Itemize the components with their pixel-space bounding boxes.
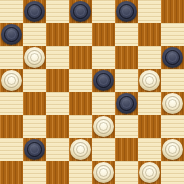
black-man-piece[interactable]: [162, 47, 183, 68]
black-man-piece[interactable]: [70, 1, 91, 22]
square-g3[interactable]: [138, 115, 161, 138]
square-b5: [23, 69, 46, 92]
square-a7[interactable]: [0, 23, 23, 46]
square-e6: [92, 46, 115, 69]
square-a2: [0, 138, 23, 161]
square-b6[interactable]: [23, 46, 46, 69]
square-c1[interactable]: [46, 161, 69, 184]
square-d7: [69, 23, 92, 46]
square-h2[interactable]: [161, 138, 184, 161]
square-d1: [69, 161, 92, 184]
white-man-piece[interactable]: [93, 162, 114, 183]
square-g2: [138, 138, 161, 161]
white-man-piece[interactable]: [139, 70, 160, 91]
square-b4[interactable]: [23, 92, 46, 115]
square-f7: [115, 23, 138, 46]
square-e3[interactable]: [92, 115, 115, 138]
black-man-piece[interactable]: [24, 1, 45, 22]
square-h4[interactable]: [161, 92, 184, 115]
square-g5[interactable]: [138, 69, 161, 92]
square-g6: [138, 46, 161, 69]
square-h3: [161, 115, 184, 138]
white-man-piece[interactable]: [24, 47, 45, 68]
square-f6[interactable]: [115, 46, 138, 69]
square-f5: [115, 69, 138, 92]
square-c3[interactable]: [46, 115, 69, 138]
white-man-piece[interactable]: [162, 93, 183, 114]
square-b3: [23, 115, 46, 138]
square-f8[interactable]: [115, 0, 138, 23]
square-c7[interactable]: [46, 23, 69, 46]
square-d8[interactable]: [69, 0, 92, 23]
square-h7: [161, 23, 184, 46]
square-e4: [92, 92, 115, 115]
white-man-piece[interactable]: [162, 139, 183, 160]
square-d5: [69, 69, 92, 92]
square-g8: [138, 0, 161, 23]
square-e8: [92, 0, 115, 23]
black-man-piece[interactable]: [24, 139, 45, 160]
square-b8[interactable]: [23, 0, 46, 23]
white-man-piece[interactable]: [93, 116, 114, 137]
square-b7: [23, 23, 46, 46]
square-f3: [115, 115, 138, 138]
square-c2: [46, 138, 69, 161]
black-man-piece[interactable]: [116, 93, 137, 114]
square-e2: [92, 138, 115, 161]
checkers-board: [0, 0, 184, 184]
square-h5: [161, 69, 184, 92]
square-c5[interactable]: [46, 69, 69, 92]
square-f1: [115, 161, 138, 184]
square-a4: [0, 92, 23, 115]
square-c6: [46, 46, 69, 69]
square-f2[interactable]: [115, 138, 138, 161]
square-d3: [69, 115, 92, 138]
square-e5[interactable]: [92, 69, 115, 92]
black-man-piece[interactable]: [93, 70, 114, 91]
square-g1[interactable]: [138, 161, 161, 184]
white-man-piece[interactable]: [70, 139, 91, 160]
square-h6[interactable]: [161, 46, 184, 69]
black-man-piece[interactable]: [1, 24, 22, 45]
square-a6: [0, 46, 23, 69]
square-b2[interactable]: [23, 138, 46, 161]
white-man-piece[interactable]: [1, 70, 22, 91]
square-d6[interactable]: [69, 46, 92, 69]
square-a8: [0, 0, 23, 23]
square-c8: [46, 0, 69, 23]
square-g4: [138, 92, 161, 115]
square-f4[interactable]: [115, 92, 138, 115]
white-man-piece[interactable]: [139, 162, 160, 183]
square-d2[interactable]: [69, 138, 92, 161]
square-e7[interactable]: [92, 23, 115, 46]
square-c4: [46, 92, 69, 115]
square-g7[interactable]: [138, 23, 161, 46]
square-a5[interactable]: [0, 69, 23, 92]
square-a1[interactable]: [0, 161, 23, 184]
square-b1: [23, 161, 46, 184]
square-e1[interactable]: [92, 161, 115, 184]
square-d4[interactable]: [69, 92, 92, 115]
black-man-piece[interactable]: [116, 1, 137, 22]
square-a3[interactable]: [0, 115, 23, 138]
square-h8[interactable]: [161, 0, 184, 23]
square-h1: [161, 161, 184, 184]
